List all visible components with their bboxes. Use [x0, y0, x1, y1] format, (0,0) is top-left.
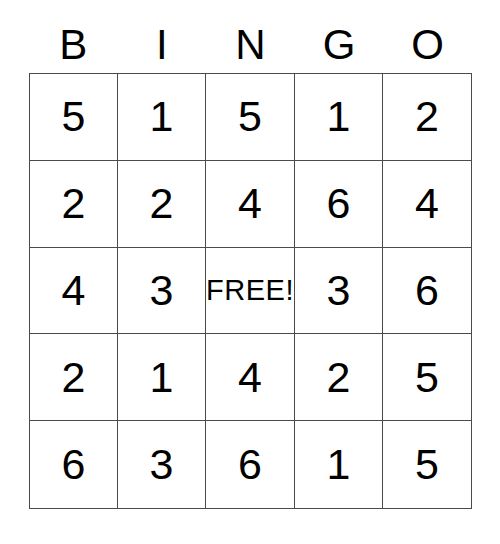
cell-r3c1[interactable]: 4 — [30, 248, 118, 335]
cell-r2c1[interactable]: 2 — [30, 161, 118, 248]
cell-r1c2[interactable]: 1 — [118, 74, 206, 161]
bingo-header: BINGO — [29, 0, 472, 73]
cell-r2c5[interactable]: 4 — [383, 161, 471, 248]
cell-r1c3[interactable]: 5 — [206, 74, 295, 161]
cell-r4c3[interactable]: 4 — [206, 334, 295, 421]
cell-r5c2[interactable]: 3 — [118, 421, 206, 508]
header-letter-n: N — [206, 24, 295, 73]
cell-r3c4[interactable]: 3 — [295, 248, 383, 335]
header-letter-i: I — [118, 24, 207, 73]
cell-r5c1[interactable]: 6 — [30, 421, 118, 508]
header-letter-o: O — [383, 24, 472, 73]
cell-r5c4[interactable]: 1 — [295, 421, 383, 508]
free-cell[interactable]: FREE! — [206, 248, 295, 335]
cell-r1c1[interactable]: 5 — [30, 74, 118, 161]
bingo-grid: 515122246443FREE!362142563615 — [29, 73, 472, 509]
cell-r4c4[interactable]: 2 — [295, 334, 383, 421]
header-letter-b: B — [29, 24, 118, 73]
cell-r2c3[interactable]: 4 — [206, 161, 295, 248]
cell-r3c5[interactable]: 6 — [383, 248, 471, 335]
cell-r4c1[interactable]: 2 — [30, 334, 118, 421]
cell-r1c4[interactable]: 1 — [295, 74, 383, 161]
cell-r2c4[interactable]: 6 — [295, 161, 383, 248]
cell-r5c5[interactable]: 5 — [383, 421, 471, 508]
cell-r4c5[interactable]: 5 — [383, 334, 471, 421]
bingo-card: BINGO 515122246443FREE!362142563615 — [29, 0, 472, 509]
bingo-page: BINGO 515122246443FREE!362142563615 — [0, 0, 500, 544]
cell-r1c5[interactable]: 2 — [383, 74, 471, 161]
cell-r3c2[interactable]: 3 — [118, 248, 206, 335]
header-letter-g: G — [295, 24, 384, 73]
cell-r4c2[interactable]: 1 — [118, 334, 206, 421]
cell-r2c2[interactable]: 2 — [118, 161, 206, 248]
cell-r5c3[interactable]: 6 — [206, 421, 295, 508]
